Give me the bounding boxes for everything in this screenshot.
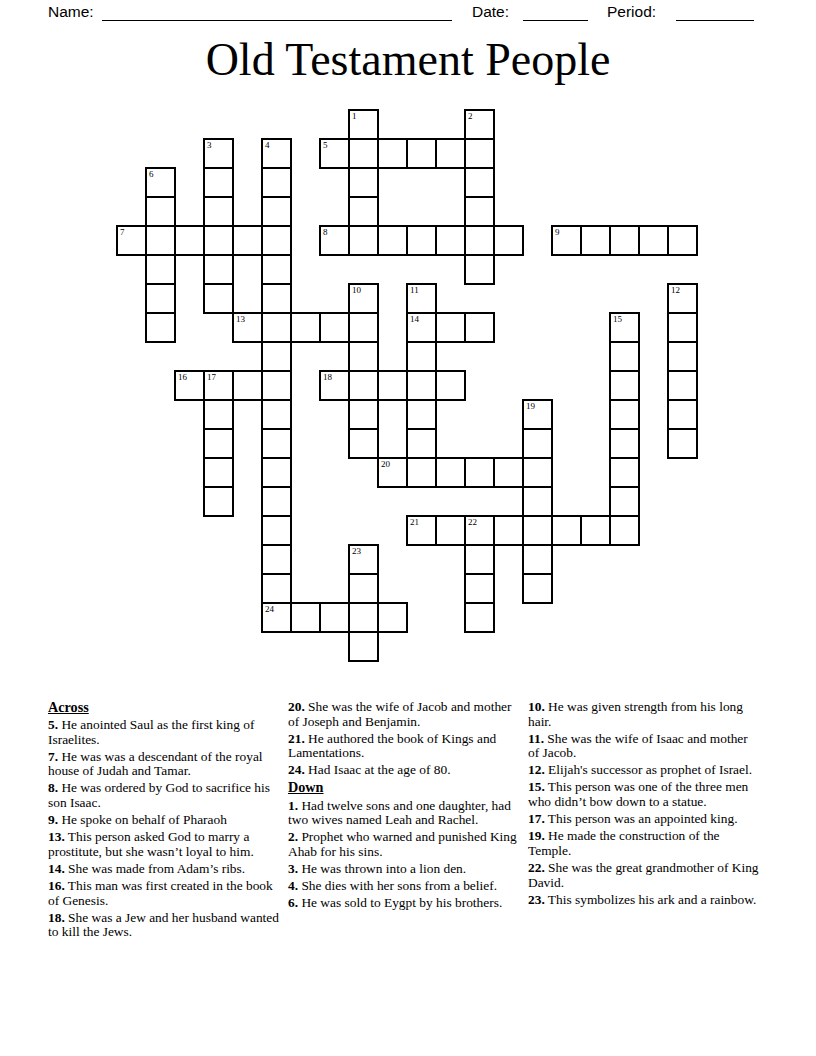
grid-cell[interactable]	[203, 428, 234, 459]
grid-cell[interactable]	[609, 515, 640, 546]
clue-across-16: 16. This man was first created in the bo…	[48, 879, 282, 908]
clue-down-15: 15. This person was one of the three men…	[528, 780, 762, 809]
cell-number: 19	[526, 401, 535, 411]
grid-cell[interactable]	[435, 138, 466, 169]
name-label: Name:	[48, 3, 94, 21]
grid-cell[interactable]	[348, 602, 379, 633]
clue-down-19: 19. He made the construction of the Temp…	[528, 829, 762, 858]
down-heading: Down	[288, 780, 522, 796]
grid-cell[interactable]	[667, 399, 698, 430]
grid-cell[interactable]	[406, 370, 437, 401]
clue-across-5: 5. He anointed Saul as the first king of…	[48, 718, 282, 747]
clue-across-18: 18. She was a Jew and her husband wanted…	[48, 911, 282, 940]
grid-cell[interactable]: 20	[377, 457, 408, 488]
grid-cell[interactable]	[261, 515, 292, 546]
grid-cell[interactable]	[377, 225, 408, 256]
grid-cell[interactable]	[319, 602, 350, 633]
date-label: Date:	[472, 3, 509, 21]
grid-cell[interactable]	[638, 225, 669, 256]
cell-number: 2	[468, 111, 473, 121]
grid-cell[interactable]	[667, 225, 698, 256]
grid-cell[interactable]	[464, 544, 495, 575]
grid-cell[interactable]	[406, 138, 437, 169]
grid-cell[interactable]	[261, 370, 292, 401]
name-blank-line	[102, 4, 452, 21]
grid-cell[interactable]	[493, 457, 524, 488]
grid-cell[interactable]	[493, 515, 524, 546]
grid-cell[interactable]	[319, 312, 350, 343]
grid-cell[interactable]	[203, 486, 234, 517]
grid-cell[interactable]	[464, 254, 495, 285]
clue-down-6: 6. He was sold to Eygpt by his brothers.	[288, 896, 522, 911]
grid-cell[interactable]	[609, 428, 640, 459]
grid-cell[interactable]	[348, 196, 379, 227]
grid-cell[interactable]	[464, 167, 495, 198]
grid-cell[interactable]	[232, 370, 263, 401]
grid-cell[interactable]: 3	[203, 138, 234, 169]
cell-number: 20	[381, 459, 390, 469]
period-blank-line	[676, 4, 754, 21]
grid-cell[interactable]	[551, 515, 582, 546]
grid-cell[interactable]: 16	[174, 370, 205, 401]
grid-cell[interactable]	[261, 341, 292, 372]
grid-cell[interactable]	[609, 225, 640, 256]
period-label: Period:	[607, 3, 656, 21]
grid-cell[interactable]	[348, 573, 379, 604]
grid-cell[interactable]	[609, 399, 640, 430]
grid-cell[interactable]	[348, 312, 379, 343]
clue-across-24: 24. Had Isaac at the age of 80.	[288, 763, 522, 778]
grid-cell[interactable]	[261, 457, 292, 488]
cell-number: 16	[178, 372, 187, 382]
grid-cell[interactable]	[145, 225, 176, 256]
grid-cell[interactable]: 14	[406, 312, 437, 343]
cell-number: 23	[352, 546, 361, 556]
grid-cell[interactable]: 18	[319, 370, 350, 401]
grid-cell[interactable]	[261, 428, 292, 459]
grid-cell[interactable]	[145, 312, 176, 343]
grid-cell[interactable]	[493, 225, 524, 256]
grid-cell[interactable]: 2	[464, 109, 495, 140]
grid-cell[interactable]	[435, 370, 466, 401]
grid-cell[interactable]	[406, 341, 437, 372]
grid-cell[interactable]	[145, 254, 176, 285]
clue-down-11: 11. She was the wife of Isaac and mother…	[528, 732, 762, 761]
grid-cell[interactable]	[406, 428, 437, 459]
clue-column-1: Across5. He anointed Saul as the first k…	[48, 700, 282, 942]
cell-number: 4	[265, 140, 270, 150]
grid-cell[interactable]	[232, 225, 263, 256]
grid-cell[interactable]	[290, 312, 321, 343]
cell-number: 12	[671, 285, 680, 295]
grid-cell[interactable]: 21	[406, 515, 437, 546]
grid-cell[interactable]	[435, 457, 466, 488]
grid-cell[interactable]	[290, 602, 321, 633]
grid-cell[interactable]	[348, 428, 379, 459]
grid-cell[interactable]	[609, 341, 640, 372]
clue-column-3: 10. He was given strength from his long …	[528, 700, 762, 910]
cell-number: 15	[613, 314, 622, 324]
grid-cell[interactable]	[145, 283, 176, 314]
clue-column-2: 20. She was the wife of Jacob and mother…	[288, 700, 522, 913]
clue-down-10: 10. He was given strength from his long …	[528, 700, 762, 729]
cell-number: 10	[352, 285, 361, 295]
grid-cell[interactable]	[522, 544, 553, 575]
grid-cell[interactable]	[261, 399, 292, 430]
grid-cell[interactable]	[261, 225, 292, 256]
page-title: Old Testament People	[0, 33, 816, 86]
cell-number: 18	[323, 372, 332, 382]
grid-cell[interactable]	[145, 196, 176, 227]
grid-cell[interactable]	[464, 138, 495, 169]
clue-across-13: 13. This person asked God to marry a pro…	[48, 830, 282, 859]
grid-cell[interactable]	[377, 370, 408, 401]
grid-cell[interactable]: 4	[261, 138, 292, 169]
clue-across-21: 21. He authored the book of Kings and La…	[288, 732, 522, 761]
grid-cell[interactable]: 23	[348, 544, 379, 575]
cell-number: 6	[149, 169, 154, 179]
clue-down-23: 23. This symbolizes his ark and a rainbo…	[528, 893, 762, 908]
grid-cell[interactable]: 9	[551, 225, 582, 256]
grid-cell[interactable]	[348, 631, 379, 662]
grid-cell[interactable]: 17	[203, 370, 234, 401]
grid-cell[interactable]: 5	[319, 138, 350, 169]
clue-across-14: 14. She was made from Adam’s ribs.	[48, 862, 282, 877]
grid-cell[interactable]	[667, 370, 698, 401]
grid-cell[interactable]	[522, 428, 553, 459]
grid-cell[interactable]	[348, 167, 379, 198]
grid-cell[interactable]: 19	[522, 399, 553, 430]
across-heading: Across	[48, 700, 282, 716]
grid-cell[interactable]	[667, 341, 698, 372]
grid-cell[interactable]: 11	[406, 283, 437, 314]
cell-number: 17	[207, 372, 216, 382]
grid-cell[interactable]	[580, 515, 611, 546]
grid-cell[interactable]	[609, 457, 640, 488]
grid-cell[interactable]: 12	[667, 283, 698, 314]
grid-cell[interactable]	[348, 370, 379, 401]
grid-cell[interactable]	[464, 602, 495, 633]
grid-cell[interactable]	[464, 457, 495, 488]
grid-cell[interactable]	[348, 341, 379, 372]
grid-cell[interactable]	[261, 544, 292, 575]
cell-number: 22	[468, 517, 477, 527]
grid-cell[interactable]	[261, 573, 292, 604]
clue-down-17: 17. This person was an appointed king.	[528, 812, 762, 827]
cell-number: 13	[236, 314, 245, 324]
grid-cell[interactable]: 7	[116, 225, 147, 256]
clue-across-7: 7. He was was a descendant of the royal …	[48, 750, 282, 779]
grid-cell[interactable]	[261, 196, 292, 227]
clue-down-12: 12. Elijah's successor as prophet of Isr…	[528, 763, 762, 778]
grid-cell[interactable]	[435, 312, 466, 343]
grid-cell[interactable]	[377, 602, 408, 633]
grid-cell[interactable]	[203, 399, 234, 430]
clue-across-8: 8. He was ordered by God to sacrifice hi…	[48, 781, 282, 810]
grid-cell[interactable]	[522, 515, 553, 546]
cell-number: 21	[410, 517, 419, 527]
grid-cell[interactable]	[203, 196, 234, 227]
clue-across-9: 9. He spoke on behalf of Pharaoh	[48, 813, 282, 828]
cell-number: 9	[555, 227, 560, 237]
clue-down-2: 2. Prophet who warned and punished King …	[288, 830, 522, 859]
grid-cell[interactable]	[203, 457, 234, 488]
cell-number: 3	[207, 140, 212, 150]
grid-cell[interactable]	[203, 225, 234, 256]
clue-down-1: 1. Had twelve sons and one daughter, had…	[288, 799, 522, 828]
grid-cell[interactable]	[261, 254, 292, 285]
grid-cell[interactable]	[464, 573, 495, 604]
grid-cell[interactable]	[464, 196, 495, 227]
grid-cell[interactable]	[203, 283, 234, 314]
grid-cell[interactable]	[348, 225, 379, 256]
cell-number: 14	[410, 314, 419, 324]
clue-across-20: 20. She was the wife of Jacob and mother…	[288, 700, 522, 729]
grid-cell[interactable]: 13	[232, 312, 263, 343]
grid-cell[interactable]	[406, 457, 437, 488]
clue-down-22: 22. She was the great grandmother of Kin…	[528, 861, 762, 890]
cell-number: 8	[323, 227, 328, 237]
cell-number: 11	[410, 285, 419, 295]
cell-number: 7	[120, 227, 125, 237]
clue-down-4: 4. She dies with her sons from a belief.	[288, 879, 522, 894]
grid-cell[interactable]: 15	[609, 312, 640, 343]
grid-cell[interactable]	[667, 428, 698, 459]
grid-cell[interactable]	[522, 457, 553, 488]
grid-cell[interactable]	[609, 486, 640, 517]
grid-cell[interactable]	[580, 225, 611, 256]
grid-cell[interactable]	[261, 486, 292, 517]
grid-cell[interactable]	[406, 399, 437, 430]
grid-cell[interactable]	[406, 225, 437, 256]
grid-cell[interactable]	[435, 515, 466, 546]
cell-number: 24	[265, 604, 274, 614]
grid-cell[interactable]	[261, 167, 292, 198]
grid-cell[interactable]	[464, 312, 495, 343]
grid-cell[interactable]: 22	[464, 515, 495, 546]
grid-cell[interactable]	[348, 138, 379, 169]
grid-cell[interactable]: 8	[319, 225, 350, 256]
grid-cell[interactable]	[522, 486, 553, 517]
grid-cell[interactable]	[435, 225, 466, 256]
cell-number: 5	[323, 140, 328, 150]
cell-number: 1	[352, 111, 357, 121]
grid-cell[interactable]	[203, 167, 234, 198]
date-blank-line	[523, 4, 588, 21]
grid-cell[interactable]	[203, 254, 234, 285]
grid-cell[interactable]: 24	[261, 602, 292, 633]
grid-cell[interactable]	[261, 283, 292, 314]
clue-down-3: 3. He was thrown into a lion den.	[288, 862, 522, 877]
grid-cell[interactable]: 6	[145, 167, 176, 198]
grid-cell[interactable]	[174, 225, 205, 256]
grid-cell[interactable]	[464, 225, 495, 256]
grid-cell[interactable]	[377, 138, 408, 169]
crossword-grid: 123456789101112131415161718192021222324	[117, 110, 697, 661]
grid-cell[interactable]	[667, 312, 698, 343]
grid-cell[interactable]	[261, 312, 292, 343]
grid-cell[interactable]: 10	[348, 283, 379, 314]
grid-cell[interactable]	[348, 399, 379, 430]
grid-cell[interactable]	[609, 370, 640, 401]
grid-cell[interactable]: 1	[348, 109, 379, 140]
grid-cell[interactable]	[522, 573, 553, 604]
